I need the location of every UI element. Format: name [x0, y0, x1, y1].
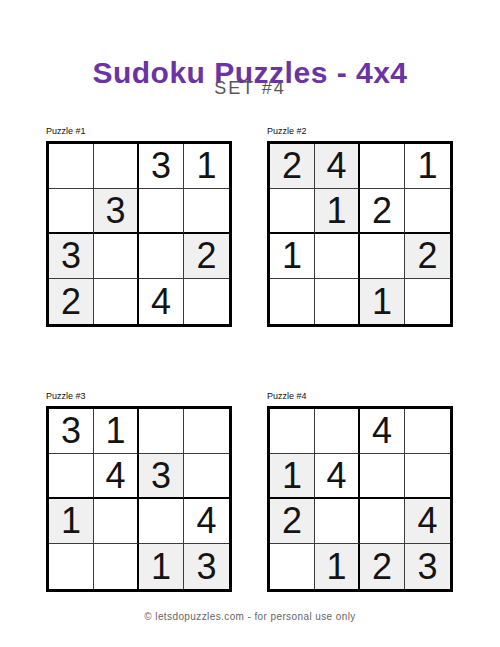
sudoku-cell-r3c3 [139, 499, 184, 544]
sudoku-cell-r3c4: 4 [405, 499, 450, 544]
sudoku-cell-r3c2 [94, 499, 139, 544]
sudoku-cell-r4c2 [315, 279, 360, 324]
sudoku-cell-r4c4: 3 [405, 544, 450, 589]
sudoku-cell-r1c2: 1 [94, 409, 139, 454]
sudoku-cell-r4c2: 1 [315, 544, 360, 589]
sudoku-grid-4: 41424123 [267, 406, 453, 592]
puzzle-4-label: Puzzle #4 [267, 390, 453, 402]
sudoku-cell-r1c4 [405, 409, 450, 454]
sudoku-cell-r3c3 [360, 234, 405, 279]
sudoku-cell-r1c2: 4 [315, 144, 360, 189]
page-footer: © letsdopuzzles.com - for personal use o… [0, 611, 500, 622]
sudoku-cell-r4c3: 1 [139, 544, 184, 589]
sudoku-cell-r1c4 [184, 409, 229, 454]
sudoku-cell-r3c3 [360, 499, 405, 544]
sudoku-cell-r3c1: 2 [270, 499, 315, 544]
sudoku-cell-r3c4: 2 [184, 234, 229, 279]
puzzle-1-label: Puzzle #1 [46, 125, 232, 137]
sudoku-cell-r4c4 [405, 279, 450, 324]
sudoku-cell-r4c3: 2 [360, 544, 405, 589]
sudoku-cell-r3c4: 2 [405, 234, 450, 279]
sudoku-cell-r3c1: 1 [49, 499, 94, 544]
sudoku-cell-r1c1: 3 [49, 409, 94, 454]
puzzle-3: Puzzle #3 31431413 [46, 390, 232, 592]
sudoku-grid-1: 3133224 [46, 141, 232, 327]
sudoku-cell-r4c4 [184, 279, 229, 324]
puzzle-4: Puzzle #4 41424123 [267, 390, 453, 592]
sudoku-cell-r1c2 [315, 409, 360, 454]
sudoku-cell-r2c1 [49, 189, 94, 234]
sudoku-cell-r4c4: 3 [184, 544, 229, 589]
sudoku-cell-r2c2: 4 [94, 454, 139, 499]
sudoku-cell-r2c4 [184, 189, 229, 234]
sudoku-cell-r3c1: 3 [49, 234, 94, 279]
sudoku-cell-r2c2: 1 [315, 189, 360, 234]
sudoku-cell-r1c3: 3 [139, 144, 184, 189]
sudoku-cell-r1c3 [139, 409, 184, 454]
sudoku-cell-r4c3: 4 [139, 279, 184, 324]
sudoku-cell-r4c1 [270, 279, 315, 324]
sudoku-cell-r1c1 [270, 409, 315, 454]
sudoku-cell-r1c2 [94, 144, 139, 189]
sudoku-cell-r3c2 [315, 234, 360, 279]
sudoku-cell-r4c2 [94, 279, 139, 324]
sudoku-cell-r1c1 [49, 144, 94, 189]
sudoku-cell-r1c1: 2 [270, 144, 315, 189]
sudoku-cell-r1c4: 1 [184, 144, 229, 189]
sudoku-cell-r3c2 [94, 234, 139, 279]
sudoku-cell-r2c4 [405, 454, 450, 499]
sudoku-cell-r2c1: 1 [270, 454, 315, 499]
puzzle-1: Puzzle #1 3133224 [46, 125, 232, 327]
sudoku-cell-r4c1 [49, 544, 94, 589]
sudoku-cell-r4c3: 1 [360, 279, 405, 324]
sudoku-cell-r1c4: 1 [405, 144, 450, 189]
page: { "game": "sudoku-4x4", "page": { "title… [0, 0, 500, 647]
sudoku-cell-r2c1 [49, 454, 94, 499]
sudoku-cell-r2c3: 3 [139, 454, 184, 499]
puzzle-2-label: Puzzle #2 [267, 125, 453, 137]
sudoku-cell-r2c2: 4 [315, 454, 360, 499]
sudoku-cell-r3c3 [139, 234, 184, 279]
sudoku-cell-r2c4 [184, 454, 229, 499]
sudoku-cell-r2c3 [360, 454, 405, 499]
sudoku-cell-r2c2: 3 [94, 189, 139, 234]
sudoku-cell-r4c1: 2 [49, 279, 94, 324]
sudoku-cell-r1c3 [360, 144, 405, 189]
sudoku-cell-r3c1: 1 [270, 234, 315, 279]
sudoku-grid-2: 24112121 [267, 141, 453, 327]
sudoku-cell-r2c3 [139, 189, 184, 234]
puzzle-2: Puzzle #2 24112121 [267, 125, 453, 327]
sudoku-cell-r3c4: 4 [184, 499, 229, 544]
sudoku-cell-r4c2 [94, 544, 139, 589]
sudoku-cell-r2c4 [405, 189, 450, 234]
sudoku-cell-r2c1 [270, 189, 315, 234]
sudoku-cell-r3c2 [315, 499, 360, 544]
sudoku-grid-3: 31431413 [46, 406, 232, 592]
sudoku-cell-r2c3: 2 [360, 189, 405, 234]
sudoku-cell-r1c3: 4 [360, 409, 405, 454]
puzzle-3-label: Puzzle #3 [46, 390, 232, 402]
sudoku-cell-r4c1 [270, 544, 315, 589]
page-subtitle: SET #4 [0, 78, 500, 99]
